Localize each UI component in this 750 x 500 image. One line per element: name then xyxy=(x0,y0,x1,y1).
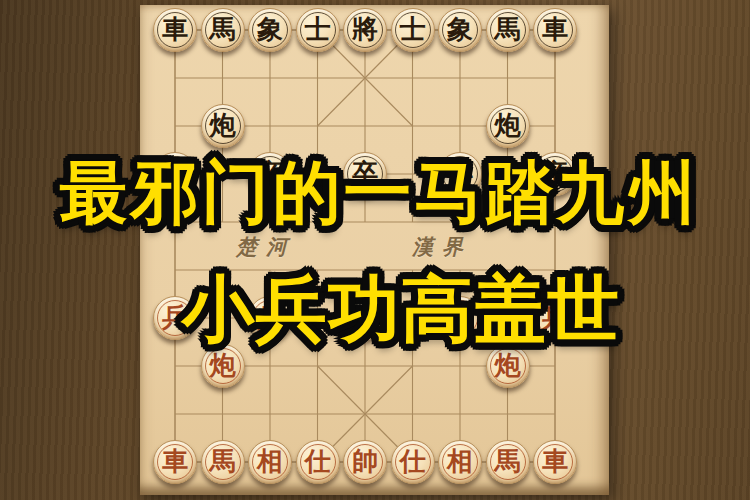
piece-glyph: 相 xyxy=(257,448,283,474)
piece-red-rook[interactable]: 車 xyxy=(153,440,197,484)
xiangqi-board[interactable]: 楚河 漢界 車馬象士將士象馬車炮炮卒卒卒卒卒兵兵兵兵兵炮炮車馬相仕帥仕相馬車 xyxy=(140,5,609,495)
piece-glyph: 將 xyxy=(352,16,378,42)
piece-black-advisor[interactable]: 士 xyxy=(296,8,340,52)
piece-glyph: 車 xyxy=(162,448,188,474)
piece-red-general[interactable]: 帥 xyxy=(343,440,387,484)
piece-red-elephant[interactable]: 相 xyxy=(438,440,482,484)
piece-black-general[interactable]: 將 xyxy=(343,8,387,52)
piece-glyph: 炮 xyxy=(495,112,521,138)
piece-black-horse[interactable]: 馬 xyxy=(201,8,245,52)
piece-black-advisor[interactable]: 士 xyxy=(391,8,435,52)
piece-glyph: 仕 xyxy=(305,448,331,474)
piece-black-cannon[interactable]: 炮 xyxy=(201,104,245,148)
piece-glyph: 馬 xyxy=(210,16,236,42)
piece-glyph: 炮 xyxy=(210,112,236,138)
caption-line-1: 最邪门的一马踏九州 xyxy=(0,148,750,239)
app-screen: 楚河 漢界 車馬象士將士象馬車炮炮卒卒卒卒卒兵兵兵兵兵炮炮車馬相仕帥仕相馬車 最… xyxy=(0,0,750,500)
piece-red-horse[interactable]: 馬 xyxy=(201,440,245,484)
piece-glyph: 馬 xyxy=(495,16,521,42)
piece-black-cannon[interactable]: 炮 xyxy=(486,104,530,148)
piece-glyph: 象 xyxy=(257,16,283,42)
piece-red-advisor[interactable]: 仕 xyxy=(296,440,340,484)
piece-glyph: 車 xyxy=(542,16,568,42)
piece-glyph: 帥 xyxy=(352,448,378,474)
piece-glyph: 馬 xyxy=(210,448,236,474)
piece-glyph: 士 xyxy=(400,16,426,42)
piece-black-rook[interactable]: 車 xyxy=(153,8,197,52)
piece-red-rook[interactable]: 車 xyxy=(533,440,577,484)
piece-glyph: 車 xyxy=(542,448,568,474)
piece-glyph: 士 xyxy=(305,16,331,42)
piece-black-rook[interactable]: 車 xyxy=(533,8,577,52)
piece-glyph: 仕 xyxy=(400,448,426,474)
piece-glyph: 相 xyxy=(447,448,473,474)
piece-red-elephant[interactable]: 相 xyxy=(248,440,292,484)
piece-glyph: 車 xyxy=(162,16,188,42)
piece-red-horse[interactable]: 馬 xyxy=(486,440,530,484)
board-grid xyxy=(140,5,609,495)
piece-red-advisor[interactable]: 仕 xyxy=(391,440,435,484)
piece-black-elephant[interactable]: 象 xyxy=(248,8,292,52)
caption-line-2: 小兵功高盖世 xyxy=(0,262,750,358)
piece-glyph: 象 xyxy=(447,16,473,42)
piece-black-elephant[interactable]: 象 xyxy=(438,8,482,52)
piece-black-horse[interactable]: 馬 xyxy=(486,8,530,52)
piece-glyph: 馬 xyxy=(495,448,521,474)
